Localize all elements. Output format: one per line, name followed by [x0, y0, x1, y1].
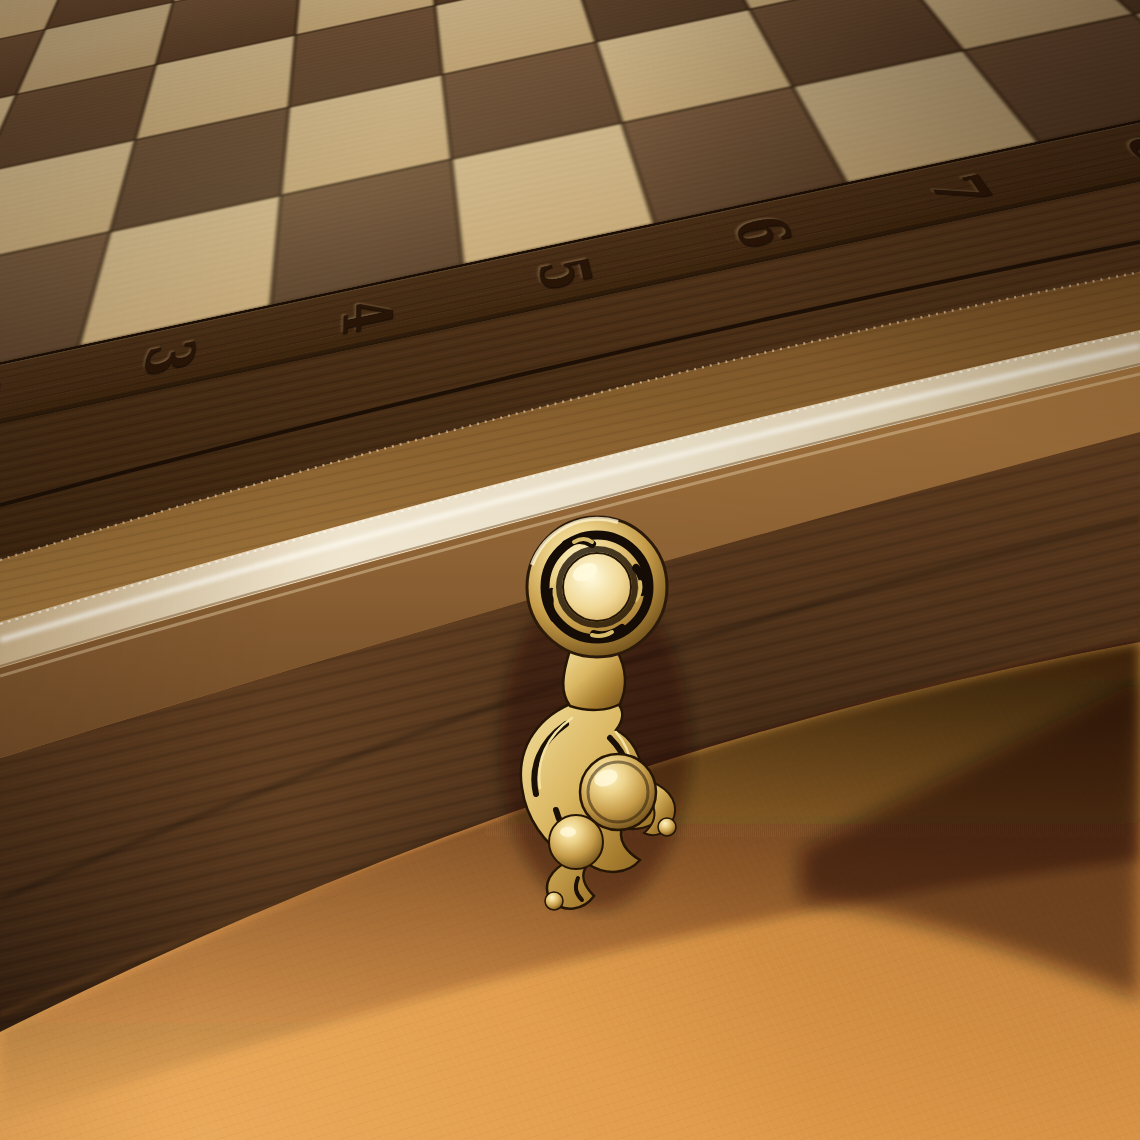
clasp-lower-knob: [580, 754, 656, 830]
clasp-neck: [563, 650, 625, 710]
clasp-ball: [549, 815, 603, 869]
edge-number: 8: [1113, 128, 1140, 167]
edge-number: 2: [0, 376, 11, 423]
edge-number: 5: [529, 252, 602, 295]
clasp-boss: [563, 553, 631, 621]
edge-number: 7: [918, 169, 1003, 210]
edge-number: 3: [133, 335, 205, 381]
photo-scene: 12345678: [0, 0, 1140, 1140]
brass-clasp: [470, 480, 700, 920]
edge-number: 4: [333, 294, 401, 338]
edge-number: 6: [724, 211, 803, 253]
